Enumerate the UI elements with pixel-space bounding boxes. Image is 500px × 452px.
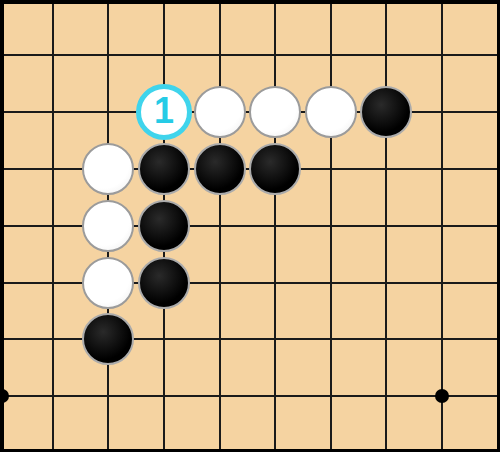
black-stone [82, 313, 134, 365]
black-stone [249, 143, 301, 195]
black-stone [138, 257, 190, 309]
black-stone [138, 200, 190, 252]
white-stone [305, 86, 357, 138]
go-board[interactable]: 1 [0, 0, 500, 452]
white-stone [82, 200, 134, 252]
star-point [0, 389, 9, 403]
move-number-label: 1 [154, 93, 174, 129]
black-stone [138, 143, 190, 195]
white-stone [82, 143, 134, 195]
white-stone [82, 257, 134, 309]
stone-lattice: 1 [25, 27, 470, 425]
white-stone [194, 86, 246, 138]
white-stone [249, 86, 301, 138]
marked-move-stone: 1 [136, 84, 192, 140]
black-stone [360, 86, 412, 138]
black-stone [194, 143, 246, 195]
